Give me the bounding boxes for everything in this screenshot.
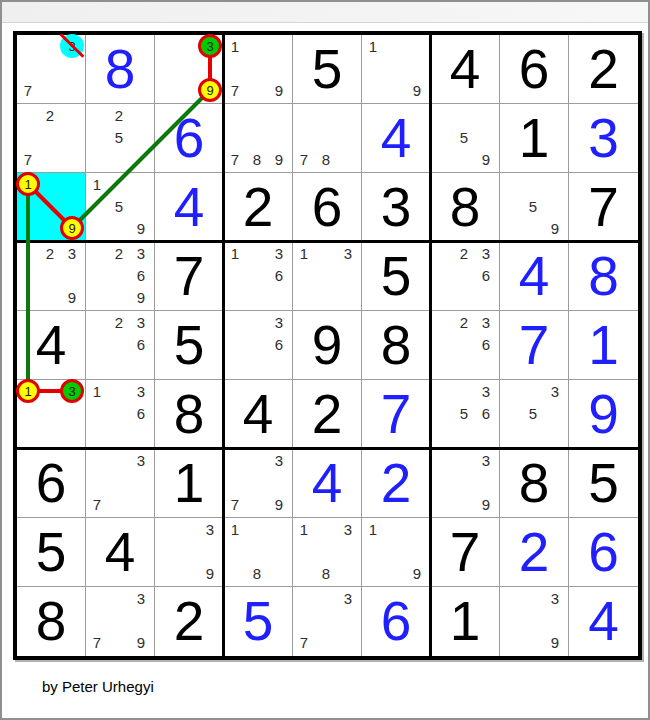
app-window: 3783917951946227256789784591319159426385… xyxy=(0,0,650,720)
chain-link xyxy=(72,90,210,228)
chain-link xyxy=(28,184,72,228)
credit-text: by Peter Urhegyi xyxy=(42,678,154,695)
title-bar xyxy=(2,2,648,23)
chain-links-layer xyxy=(17,35,638,656)
sudoku-board: 3783917951946227256789784591319159426385… xyxy=(13,31,642,660)
